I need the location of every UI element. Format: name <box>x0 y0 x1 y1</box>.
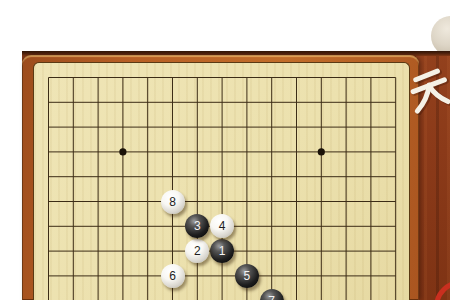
stone-4-white: 4 <box>210 214 234 238</box>
stone-6-white: 6 <box>161 264 185 288</box>
stone-1-black: 1 <box>210 239 234 263</box>
stones-layer: 12345678 <box>0 0 450 300</box>
stone-5-black: 5 <box>235 264 259 288</box>
stone-8-white: 8 <box>161 190 185 214</box>
stone-7-black: 7 <box>260 289 284 300</box>
stone-3-black: 3 <box>185 214 209 238</box>
app-window: 12345678 <box>0 0 450 300</box>
stone-2-white: 2 <box>185 239 209 263</box>
